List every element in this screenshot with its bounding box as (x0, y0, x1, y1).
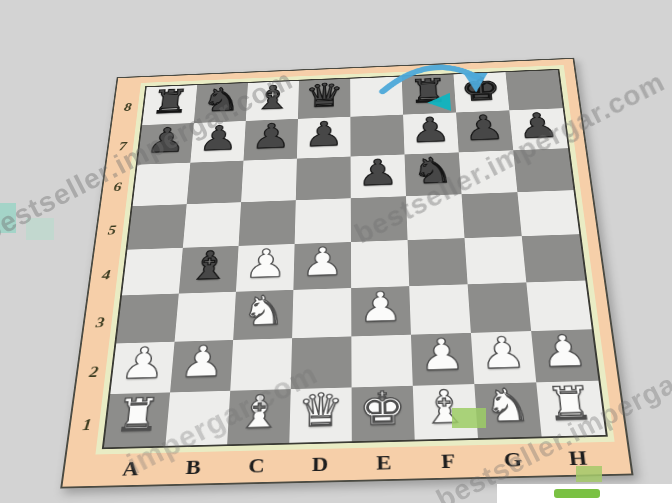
square-e3[interactable]: ♟ (351, 286, 411, 336)
square-e6[interactable]: ♟ (351, 154, 406, 198)
piece-black-pawn[interactable]: ♟ (138, 119, 194, 160)
piece-white-pawn[interactable]: ♟ (294, 237, 352, 285)
board-tilt-wrapper: 87654321 ♜♞♝♛♜♚♟♟♟♟♟♟♟♟♞♝♟♟♞♟♟♟♟♟♟♜♝♛♚♝♞… (60, 58, 633, 489)
square-f4[interactable] (408, 238, 468, 286)
piece-black-pawn[interactable]: ♟ (403, 108, 459, 150)
file-label-d: D (288, 448, 352, 481)
rank-label-7: 7 (106, 126, 136, 167)
color-patch (0, 203, 16, 233)
piece-white-rook[interactable]: ♜ (105, 387, 171, 442)
piece-white-knight[interactable]: ♞ (233, 285, 293, 335)
piece-white-pawn[interactable]: ♟ (471, 326, 536, 379)
square-d7[interactable]: ♟ (297, 117, 351, 159)
screenshot-canvas: 87654321 ♜♞♝♛♜♚♟♟♟♟♟♟♟♟♞♝♟♟♞♟♟♟♟♟♟♜♝♛♚♝♞… (0, 0, 672, 503)
square-a7[interactable]: ♟ (137, 123, 193, 165)
square-a6[interactable] (133, 163, 191, 207)
piece-black-pawn[interactable]: ♟ (244, 115, 298, 157)
rank-label-8: 8 (111, 88, 140, 127)
square-a4[interactable] (122, 248, 183, 296)
square-d1[interactable]: ♛ (289, 387, 352, 442)
piece-black-rook[interactable]: ♜ (143, 81, 198, 121)
file-label-g: G (479, 443, 547, 477)
square-b4[interactable]: ♝ (179, 246, 239, 294)
file-label-a: A (97, 453, 163, 486)
status-bar-pill (554, 489, 600, 498)
rank-label-1: 1 (67, 398, 102, 453)
rank-label-5: 5 (94, 208, 125, 253)
color-patch (26, 218, 54, 240)
file-label-b: B (160, 451, 225, 484)
piece-black-king[interactable]: ♚ (453, 68, 509, 108)
file-label-c: C (224, 450, 289, 483)
square-e5[interactable] (351, 196, 408, 242)
piece-white-pawn[interactable]: ♟ (411, 327, 474, 380)
piece-white-bishop[interactable]: ♝ (227, 383, 290, 438)
square-e8[interactable] (350, 77, 403, 117)
square-c1[interactable]: ♝ (227, 389, 291, 444)
piece-white-rook[interactable]: ♜ (536, 375, 605, 431)
file-label-f: F (415, 445, 481, 478)
bottom-status-bar (497, 484, 672, 503)
piece-white-pawn[interactable]: ♟ (236, 239, 295, 287)
square-f5[interactable] (406, 194, 465, 240)
square-b1[interactable] (165, 391, 230, 446)
square-h1[interactable]: ♜ (536, 381, 605, 437)
piece-white-pawn[interactable]: ♟ (351, 281, 411, 331)
piece-black-pawn[interactable]: ♟ (191, 117, 246, 159)
piece-black-pawn[interactable]: ♟ (297, 112, 351, 154)
square-g4[interactable] (465, 236, 527, 284)
square-h4[interactable] (522, 234, 586, 282)
color-patch (576, 466, 602, 482)
rank-label-6: 6 (100, 166, 130, 209)
square-b6[interactable] (187, 161, 244, 205)
piece-black-pawn[interactable]: ♟ (456, 106, 513, 148)
piece-black-pawn[interactable]: ♟ (351, 150, 406, 194)
piece-black-knight[interactable]: ♞ (194, 79, 248, 119)
piece-black-rook[interactable]: ♜ (402, 70, 456, 110)
piece-white-pawn[interactable]: ♟ (111, 336, 175, 388)
square-h5[interactable] (517, 190, 579, 236)
file-labels: ABCDEFGH (92, 442, 619, 486)
square-d3[interactable] (292, 288, 351, 338)
file-label-e: E (352, 447, 417, 480)
square-e1[interactable]: ♚ (352, 386, 415, 441)
square-c3[interactable]: ♞ (233, 290, 293, 340)
piece-black-bishop[interactable]: ♝ (246, 77, 299, 117)
rank-label-3: 3 (81, 298, 114, 347)
board-squares: ♜♞♝♛♜♚♟♟♟♟♟♟♟♟♞♝♟♟♞♟♟♟♟♟♟♜♝♛♚♝♞♜ (102, 69, 608, 449)
square-b2[interactable]: ♟ (170, 340, 233, 392)
piece-black-knight[interactable]: ♞ (404, 148, 461, 192)
board-scene: 87654321 ♜♞♝♛♜♚♟♟♟♟♟♟♟♟♞♝♟♟♞♟♟♟♟♟♟♜♝♛♚♝♞… (56, 0, 630, 482)
piece-white-pawn[interactable]: ♟ (531, 324, 598, 377)
board-frame: 87654321 ♜♞♝♛♜♚♟♟♟♟♟♟♟♟♞♝♟♟♞♟♟♟♟♟♟♜♝♛♚♝♞… (60, 58, 633, 489)
rank-label-4: 4 (88, 252, 120, 299)
square-g7[interactable]: ♟ (456, 110, 513, 152)
square-h7[interactable]: ♟ (509, 108, 568, 150)
square-d6[interactable] (296, 157, 351, 201)
square-h6[interactable] (513, 148, 573, 192)
square-c7[interactable]: ♟ (243, 119, 297, 161)
square-a5[interactable] (127, 204, 186, 249)
square-a1[interactable]: ♜ (104, 392, 170, 447)
piece-black-pawn[interactable]: ♟ (509, 104, 568, 146)
rank-label-2: 2 (74, 347, 108, 399)
square-g5[interactable] (462, 192, 522, 238)
square-f6[interactable]: ♞ (405, 152, 462, 196)
square-g6[interactable] (459, 150, 518, 194)
piece-black-queen[interactable]: ♛ (298, 75, 350, 115)
square-d4[interactable]: ♟ (293, 242, 351, 290)
piece-white-king[interactable]: ♚ (352, 380, 415, 435)
piece-white-queen[interactable]: ♛ (289, 382, 351, 437)
piece-black-bishop[interactable]: ♝ (179, 241, 239, 288)
square-b7[interactable]: ♟ (190, 121, 245, 163)
piece-white-pawn[interactable]: ♟ (171, 335, 234, 387)
color-patch (452, 408, 486, 428)
square-c6[interactable] (241, 159, 297, 203)
